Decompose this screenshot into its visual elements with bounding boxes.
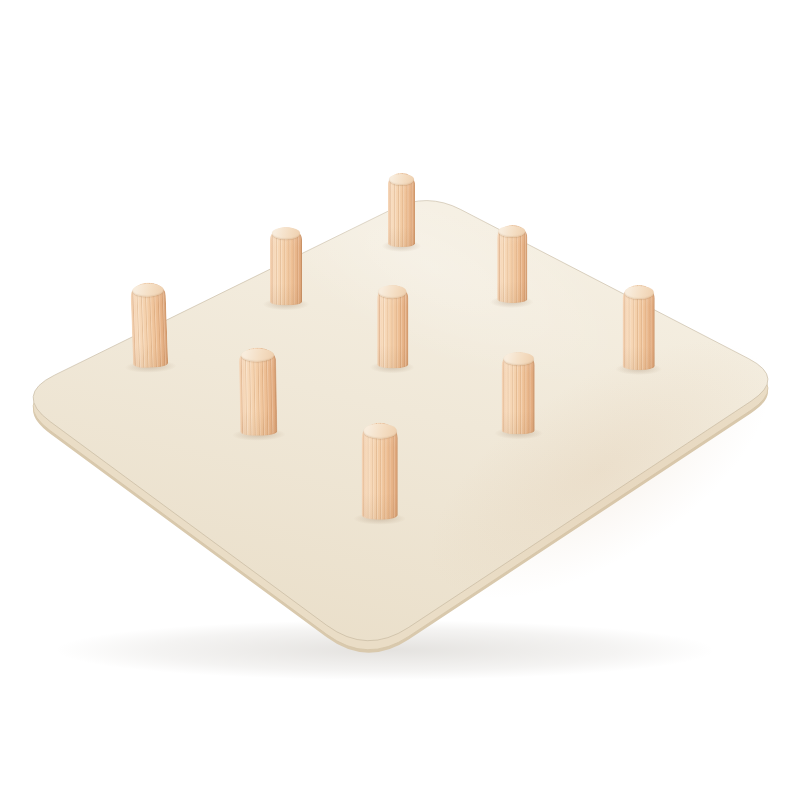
peg-cell-r1c1 xyxy=(377,285,408,368)
peg-r2c0[interactable] xyxy=(130,282,168,368)
peg-r1c1[interactable] xyxy=(377,285,408,368)
peg-cell-r2c2 xyxy=(362,423,398,520)
peg-r1c0[interactable] xyxy=(270,227,302,305)
peg-cell-r1c0 xyxy=(270,227,302,305)
peg-cell-r2c0 xyxy=(130,282,168,368)
peg-r0c1[interactable] xyxy=(497,225,527,303)
peg-cell-r0c1 xyxy=(497,225,527,303)
peg-cell-r1c2 xyxy=(502,352,535,434)
peg-r0c0[interactable] xyxy=(388,173,415,247)
peg-cell-r2c1 xyxy=(239,348,278,437)
peg-grid xyxy=(0,0,800,800)
peg-r1c2[interactable] xyxy=(502,352,535,434)
peg-r0c2[interactable] xyxy=(623,285,655,370)
peg-r2c1[interactable] xyxy=(239,348,278,437)
pegboard-photo xyxy=(0,0,800,800)
peg-cell-r0c0 xyxy=(388,173,415,247)
peg-r2c2[interactable] xyxy=(362,423,398,520)
peg-cell-r0c2 xyxy=(623,285,655,370)
